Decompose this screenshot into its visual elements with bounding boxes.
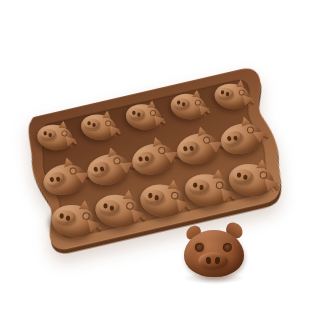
product-photo-scene [0,0,320,320]
piece-eye-right [223,243,232,252]
pig-cavity-bump [213,80,254,114]
pig-cavity-bump [124,100,165,134]
piece-nostril-right [215,257,221,265]
pig-nostril-left [138,156,144,162]
pig-nostril-right [66,215,70,220]
pig-cavity-bump [226,158,278,201]
pig-nostril-left [59,213,63,218]
pig-ear-top [78,200,89,210]
pig-nostril-left [93,166,99,172]
pig-nostril-left [237,172,241,177]
pig-cavity-bump [35,121,76,155]
pig-cavity-bump [173,127,224,170]
pig-cavity-bump [168,90,209,124]
pig-nostril-right [226,92,229,96]
pig-cavity-bump [84,148,135,191]
pig-cavity-bump [129,137,180,180]
silicone-mold-tray [15,58,292,260]
pig-nostril-right [48,133,51,137]
pig-nostril-right [182,103,185,107]
pig-snout [144,189,165,203]
pig-ear-top [212,169,223,179]
pig-nostril-right [144,156,150,162]
chocolate-pig-piece [181,226,247,280]
pig-cavity-bump [137,179,189,222]
pig-nostril-right [199,184,203,189]
pig-nostril-right [189,145,195,151]
piece-eye-left [195,243,204,252]
pig-nostril-left [177,101,180,105]
pig-ear-top [167,179,178,189]
pig-nostril-right [55,176,61,182]
pig-cavity-bump [218,117,269,160]
pig-nostril-right [137,113,140,117]
pig-eye-mark [215,181,224,190]
pig-cavity-bump [79,111,120,145]
pig-nostril-left [49,176,55,182]
pig-ear-top [123,189,134,199]
pig-ear-top [256,159,267,169]
pig-snout [55,210,76,224]
pig-nostril-right [100,166,106,172]
pig-snout [188,179,209,193]
pig-nostril-left [132,111,135,115]
pig-nostril-left [104,203,108,208]
pig-nostril-left [227,135,233,141]
pig-nostril-right [154,195,158,200]
pig-nostril-left [192,182,196,187]
piece-nostril-left [206,257,212,265]
pig-cavity-bump [40,158,91,201]
pig-nostril-left [182,146,188,152]
pig-nostril-right [243,174,247,179]
pig-nostril-right [93,123,96,127]
pig-nostril-left [88,121,91,125]
pig-eye-mark [82,212,91,221]
mold-cavity-cell [225,154,279,206]
pig-nostril-left [43,132,46,136]
pig-nostril-left [148,192,152,197]
pig-snout [99,199,120,213]
pig-grid [29,71,280,247]
piece-snout [198,252,228,270]
pig-snout [233,169,254,183]
pig-nostril-right [233,135,239,141]
pig-nostril-left [221,91,224,95]
pig-nostril-right [110,205,114,210]
